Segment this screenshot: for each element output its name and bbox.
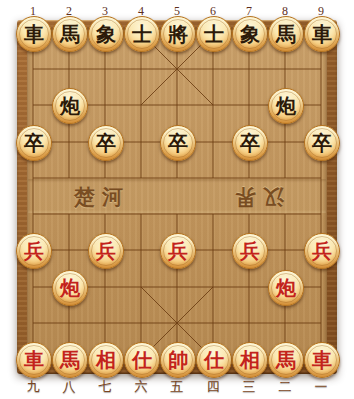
piece-glyph: 象 [96,24,116,44]
piece-glyph: 炮 [276,96,296,116]
piece-red-advisor[interactable]: 仕 [124,342,160,378]
piece-black-chariot[interactable]: 車 [16,16,52,52]
piece-glyph: 炮 [60,96,80,116]
piece-red-soldier[interactable]: 兵 [232,233,268,269]
piece-red-soldier[interactable]: 兵 [304,233,340,269]
xiangqi-app: 楚河 汉界 123456789 九八七六五四三二一 車馬象士將士象馬車炮炮卒卒卒… [0,0,354,399]
piece-black-elephant[interactable]: 象 [88,16,124,52]
file-label-bottom-5: 五 [171,378,184,396]
piece-black-cannon[interactable]: 炮 [268,88,304,124]
piece-glyph: 炮 [60,278,80,298]
piece-glyph: 士 [132,24,152,44]
file-label-bottom-1: 九 [27,378,40,396]
piece-glyph: 卒 [240,133,260,153]
piece-glyph: 兵 [240,241,260,261]
piece-glyph: 仕 [204,350,224,370]
piece-glyph: 象 [240,24,260,44]
piece-black-elephant[interactable]: 象 [232,16,268,52]
piece-black-horse[interactable]: 馬 [52,16,88,52]
piece-glyph: 卒 [312,133,332,153]
file-label-bottom-8: 二 [279,378,292,396]
piece-glyph: 兵 [312,241,332,261]
piece-glyph: 車 [312,350,332,370]
piece-glyph: 兵 [96,241,116,261]
piece-red-soldier[interactable]: 兵 [160,233,196,269]
piece-red-chariot[interactable]: 車 [304,342,340,378]
piece-glyph: 車 [24,24,44,44]
piece-glyph: 相 [240,350,260,370]
piece-black-chariot[interactable]: 車 [304,16,340,52]
piece-glyph: 卒 [24,133,44,153]
piece-glyph: 馬 [276,350,296,370]
piece-black-cannon[interactable]: 炮 [52,88,88,124]
piece-black-soldier[interactable]: 卒 [304,125,340,161]
piece-black-soldier[interactable]: 卒 [160,125,196,161]
piece-glyph: 車 [24,350,44,370]
piece-red-soldier[interactable]: 兵 [16,233,52,269]
piece-red-elephant[interactable]: 相 [88,342,124,378]
piece-glyph: 兵 [168,241,188,261]
piece-glyph: 馬 [60,350,80,370]
piece-glyph: 馬 [276,24,296,44]
file-label-bottom-4: 六 [135,378,148,396]
piece-red-cannon[interactable]: 炮 [52,270,88,306]
piece-glyph: 兵 [24,241,44,261]
piece-black-soldier[interactable]: 卒 [88,125,124,161]
piece-red-horse[interactable]: 馬 [52,342,88,378]
piece-glyph: 將 [168,24,188,44]
piece-glyph: 仕 [132,350,152,370]
piece-glyph: 炮 [276,278,296,298]
piece-glyph: 士 [204,24,224,44]
file-label-bottom-6: 四 [207,378,220,396]
piece-glyph: 相 [96,350,116,370]
piece-red-soldier[interactable]: 兵 [88,233,124,269]
piece-black-advisor[interactable]: 士 [124,16,160,52]
piece-black-general[interactable]: 將 [160,16,196,52]
file-label-bottom-3: 七 [99,378,112,396]
river-label-right: 汉界 [228,183,284,211]
piece-black-horse[interactable]: 馬 [268,16,304,52]
piece-black-advisor[interactable]: 士 [196,16,232,52]
river-label-left: 楚河 [74,183,130,211]
piece-glyph: 馬 [60,24,80,44]
piece-red-horse[interactable]: 馬 [268,342,304,378]
file-label-bottom-7: 三 [243,378,256,396]
piece-black-soldier[interactable]: 卒 [232,125,268,161]
piece-red-cannon[interactable]: 炮 [268,270,304,306]
piece-glyph: 卒 [168,133,188,153]
piece-red-chariot[interactable]: 車 [16,342,52,378]
file-label-bottom-9: 一 [315,378,328,396]
piece-red-general[interactable]: 帥 [160,342,196,378]
file-label-bottom-2: 八 [63,378,76,396]
piece-red-advisor[interactable]: 仕 [196,342,232,378]
piece-glyph: 車 [312,24,332,44]
piece-glyph: 卒 [96,133,116,153]
piece-glyph: 帥 [168,350,188,370]
piece-red-elephant[interactable]: 相 [232,342,268,378]
piece-black-soldier[interactable]: 卒 [16,125,52,161]
